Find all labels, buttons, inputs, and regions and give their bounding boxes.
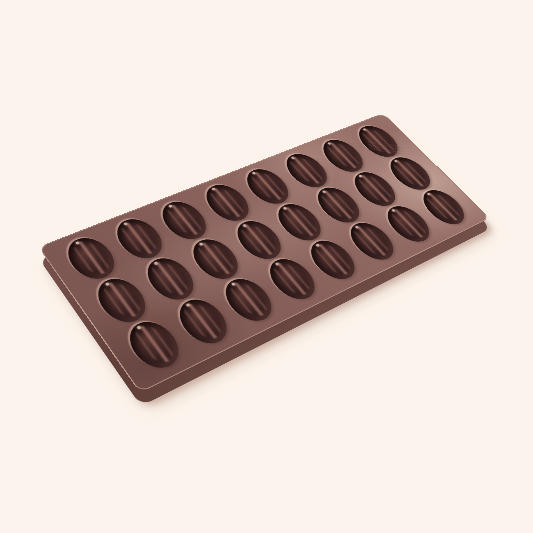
product-photo — [0, 0, 533, 533]
